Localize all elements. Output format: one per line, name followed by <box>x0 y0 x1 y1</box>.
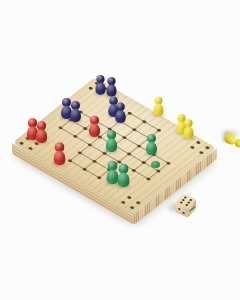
die-pip <box>193 206 194 210</box>
die-pip <box>184 203 188 206</box>
track-line <box>61 128 76 137</box>
peg-body <box>89 124 100 137</box>
peg-body <box>146 142 157 155</box>
peg-yellow <box>183 119 193 139</box>
track-line <box>124 130 134 138</box>
track-hole <box>120 200 126 204</box>
track-line <box>70 153 80 161</box>
track-line <box>124 138 139 147</box>
peg-body <box>70 109 81 122</box>
peg-body <box>183 126 193 138</box>
track-line <box>144 122 159 131</box>
track-hole <box>28 147 34 151</box>
peg-body <box>106 84 116 96</box>
peg-body <box>36 130 48 144</box>
peg-blue <box>95 75 105 95</box>
peg-body <box>95 82 105 94</box>
track-line <box>80 153 95 162</box>
track-line <box>134 170 149 179</box>
peg-body <box>53 151 65 165</box>
track-line <box>95 153 105 161</box>
peg-red <box>53 142 65 165</box>
die-pip <box>183 211 185 214</box>
track-hole <box>190 145 196 149</box>
track-line <box>90 145 105 154</box>
peg-red <box>89 116 100 137</box>
track-hole <box>19 141 25 145</box>
product-photo-scene <box>0 0 240 300</box>
peg-body <box>106 139 118 153</box>
peg-body <box>153 104 163 116</box>
track-line <box>129 154 144 163</box>
track-hole <box>126 196 132 200</box>
loose-green-ball <box>151 161 160 168</box>
track-line <box>90 137 100 145</box>
die-pip <box>178 208 180 211</box>
peg-body <box>115 110 126 123</box>
peg-green <box>117 164 129 188</box>
track-hole <box>129 206 135 210</box>
track-line <box>129 146 139 154</box>
peg-green <box>146 134 157 155</box>
track-hole <box>135 201 141 205</box>
peg-yellow <box>153 96 163 115</box>
track-line <box>80 145 90 153</box>
track-line <box>134 163 144 171</box>
peg-body <box>117 173 129 188</box>
peg-blue <box>106 77 116 97</box>
peg-red <box>36 121 48 143</box>
die-pip <box>179 201 183 204</box>
track-line <box>75 128 85 136</box>
track-line <box>85 161 95 169</box>
track-hole <box>198 151 204 155</box>
track-line <box>70 161 85 170</box>
peg-green <box>106 130 118 152</box>
peg-blue <box>70 101 81 122</box>
track-line <box>119 154 129 162</box>
track-line <box>130 113 145 122</box>
track-line <box>134 122 144 130</box>
track-line <box>85 169 100 178</box>
track-hole <box>205 146 211 150</box>
track-hole <box>196 141 202 145</box>
peg-blue <box>115 102 126 123</box>
track-line <box>75 136 90 145</box>
track-hole <box>88 86 94 90</box>
track-line <box>148 171 158 179</box>
